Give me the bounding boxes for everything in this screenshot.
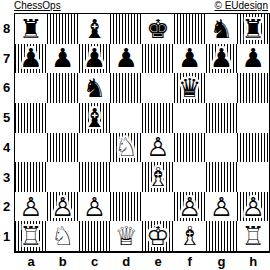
rank-label-7: 7 [0, 52, 13, 66]
piece-black-rook: ♜ [15, 14, 47, 44]
square-c6[interactable]: ♞ [79, 73, 111, 103]
rank-label-3: 3 [0, 171, 13, 185]
file-label-a: a [15, 255, 47, 269]
piece-white-bishop: ♝♗ [142, 162, 174, 192]
square-e4[interactable]: ♟♙ [142, 133, 174, 163]
square-e3[interactable]: ♝♗ [142, 162, 174, 192]
piece-black-knight: ♞ [79, 73, 111, 103]
piece-black-knight: ♞ [206, 14, 238, 44]
file-label-f: f [174, 255, 206, 269]
square-g1[interactable] [206, 221, 238, 251]
chessops-title-link[interactable]: ChessOps [14, 0, 61, 12]
square-e8[interactable]: ♚ [142, 14, 174, 44]
square-g8[interactable]: ♞ [206, 14, 238, 44]
rank-label-4: 4 [0, 141, 13, 155]
square-b4[interactable] [47, 133, 79, 163]
square-d5[interactable] [110, 103, 142, 133]
square-f6[interactable]: ♛ [174, 73, 206, 103]
rank-label-2: 2 [0, 200, 13, 214]
square-a3[interactable] [15, 162, 47, 192]
square-g2[interactable]: ♟♙ [206, 192, 238, 222]
piece-white-pawn: ♟♙ [79, 192, 111, 222]
piece-black-pawn: ♟ [47, 44, 79, 74]
file-label-g: g [206, 255, 238, 269]
square-a8[interactable]: ♜ [15, 14, 47, 44]
square-b2[interactable]: ♟♙ [47, 192, 79, 222]
square-h4[interactable] [237, 133, 269, 163]
square-g7[interactable]: ♟ [206, 44, 238, 74]
rank-label-8: 8 [0, 22, 13, 36]
file-label-e: e [142, 255, 174, 269]
square-d1[interactable]: ♛♕ [110, 221, 142, 251]
square-d6[interactable] [110, 73, 142, 103]
piece-black-pawn: ♟ [15, 44, 47, 74]
piece-white-king: ♚♔ [142, 221, 174, 251]
piece-black-pawn: ♟ [206, 44, 238, 74]
square-f7[interactable]: ♟ [174, 44, 206, 74]
square-e5[interactable] [142, 103, 174, 133]
file-label-h: h [237, 255, 269, 269]
square-d3[interactable] [110, 162, 142, 192]
piece-black-rook: ♜ [237, 14, 269, 44]
square-b8[interactable] [47, 14, 79, 44]
rank-label-5: 5 [0, 111, 13, 125]
piece-black-king: ♚ [142, 14, 174, 44]
square-a1[interactable]: ♜♖ [15, 221, 47, 251]
square-a6[interactable] [15, 73, 47, 103]
piece-white-pawn: ♟♙ [174, 192, 206, 222]
square-c4[interactable] [79, 133, 111, 163]
square-a2[interactable]: ♟♙ [15, 192, 47, 222]
square-b6[interactable] [47, 73, 79, 103]
square-g5[interactable] [206, 103, 238, 133]
piece-white-bishop: ♝♗ [174, 221, 206, 251]
square-b7[interactable]: ♟ [47, 44, 79, 74]
square-f5[interactable] [174, 103, 206, 133]
square-a5[interactable] [15, 103, 47, 133]
rank-label-1: 1 [0, 230, 13, 244]
square-f4[interactable] [174, 133, 206, 163]
square-d7[interactable]: ♟ [110, 44, 142, 74]
square-f8[interactable] [174, 14, 206, 44]
square-h2[interactable]: ♟♙ [237, 192, 269, 222]
square-d4[interactable]: ♞♘ [110, 133, 142, 163]
chess-board: ♜♝♚♞♜♟♟♟♟♟♟♟♞♛♝♞♘♟♙♝♗♟♙♟♙♟♙♟♙♟♙♟♙♜♖♞♘♛♕♚… [14, 13, 270, 253]
piece-black-pawn: ♟ [174, 44, 206, 74]
square-e1[interactable]: ♚♔ [142, 221, 174, 251]
square-f1[interactable]: ♝♗ [174, 221, 206, 251]
square-g3[interactable] [206, 162, 238, 192]
square-h8[interactable]: ♜ [237, 14, 269, 44]
piece-white-queen: ♛♕ [110, 221, 142, 251]
square-h7[interactable]: ♟ [237, 44, 269, 74]
square-c1[interactable] [79, 221, 111, 251]
rank-label-6: 6 [0, 81, 13, 95]
square-h5[interactable] [237, 103, 269, 133]
file-label-d: d [110, 255, 142, 269]
square-c3[interactable] [79, 162, 111, 192]
square-h1[interactable]: ♜♖ [237, 221, 269, 251]
piece-black-pawn: ♟ [110, 44, 142, 74]
square-a4[interactable] [15, 133, 47, 163]
piece-black-pawn: ♟ [237, 44, 269, 74]
piece-white-pawn: ♟♙ [142, 133, 174, 163]
file-label-b: b [47, 255, 79, 269]
square-a7[interactable]: ♟ [15, 44, 47, 74]
square-e2[interactable] [142, 192, 174, 222]
square-c5[interactable]: ♝ [79, 103, 111, 133]
square-d8[interactable] [110, 14, 142, 44]
piece-white-rook: ♜♖ [15, 221, 47, 251]
square-h6[interactable] [237, 73, 269, 103]
square-d2[interactable] [110, 192, 142, 222]
piece-black-queen: ♛ [174, 73, 206, 103]
square-c2[interactable]: ♟♙ [79, 192, 111, 222]
piece-white-knight: ♞♘ [47, 221, 79, 251]
piece-white-pawn: ♟♙ [47, 192, 79, 222]
square-e7[interactable] [142, 44, 174, 74]
square-b3[interactable] [47, 162, 79, 192]
square-c8[interactable]: ♝ [79, 14, 111, 44]
square-g6[interactable] [206, 73, 238, 103]
square-f3[interactable] [174, 162, 206, 192]
square-h3[interactable] [237, 162, 269, 192]
file-label-c: c [79, 255, 111, 269]
square-b5[interactable] [47, 103, 79, 133]
square-c7[interactable]: ♟ [79, 44, 111, 74]
piece-white-pawn: ♟♙ [206, 192, 238, 222]
piece-white-pawn: ♟♙ [237, 192, 269, 222]
square-g4[interactable] [206, 133, 238, 163]
eudesign-credit-link[interactable]: © EUdesign [214, 0, 268, 12]
square-e6[interactable] [142, 73, 174, 103]
piece-white-knight: ♞♘ [110, 133, 142, 163]
piece-black-bishop: ♝ [79, 14, 111, 44]
piece-black-bishop: ♝ [79, 103, 111, 133]
piece-white-pawn: ♟♙ [15, 192, 47, 222]
square-f2[interactable]: ♟♙ [174, 192, 206, 222]
square-b1[interactable]: ♞♘ [47, 221, 79, 251]
piece-white-rook: ♜♖ [237, 221, 269, 251]
piece-black-pawn: ♟ [79, 44, 111, 74]
